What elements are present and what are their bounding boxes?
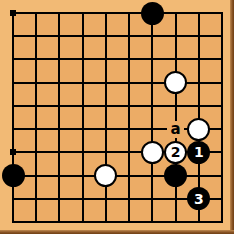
black-stone-numbered: 1: [187, 141, 210, 164]
grid-line-horizontal: [12, 12, 223, 14]
board-edge-shadow-bottom: [0, 230, 234, 234]
move-number: 2: [171, 145, 181, 159]
grid-line-horizontal: [12, 58, 223, 60]
grid-line-horizontal: [12, 35, 223, 37]
white-stone: [187, 118, 210, 141]
white-stone: [141, 141, 164, 164]
grid-line-vertical: [12, 12, 14, 223]
black-stone: [164, 164, 187, 187]
point-label: a: [167, 121, 184, 138]
grid-line-vertical: [221, 12, 223, 223]
move-number: 1: [194, 145, 204, 159]
white-stone-numbered: 2: [164, 141, 187, 164]
black-stone: [2, 164, 25, 187]
grid-line-vertical: [35, 12, 37, 223]
grid-line-vertical: [128, 12, 130, 223]
black-stone: [141, 2, 164, 25]
grid-line-vertical: [175, 12, 177, 223]
hoshi-marker: [10, 10, 16, 16]
hoshi-marker: [10, 149, 16, 155]
grid-line-horizontal: [12, 221, 223, 223]
grid-line-vertical: [105, 12, 107, 223]
grid-line-vertical: [151, 12, 153, 223]
grid-line-vertical: [82, 12, 84, 223]
grid-line-horizontal: [12, 82, 223, 84]
grid-line-horizontal: [12, 105, 223, 107]
grid-line-vertical: [58, 12, 60, 223]
board-edge-shadow-right: [230, 0, 234, 234]
move-number: 3: [194, 191, 204, 205]
grid-line-horizontal: [12, 175, 223, 177]
go-board-diagram: a213: [0, 0, 234, 234]
